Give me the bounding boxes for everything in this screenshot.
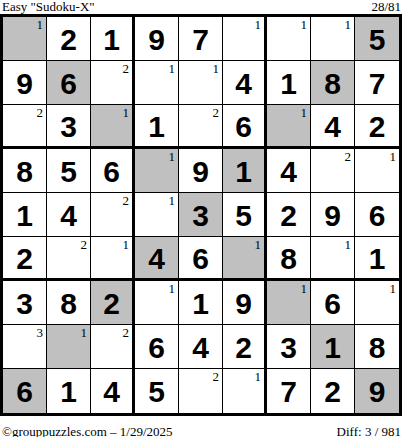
cell-r8c4[interactable]: 6: [135, 325, 179, 369]
cell-r8c8[interactable]: 1: [311, 325, 355, 369]
cell-r2c7[interactable]: 1: [267, 61, 311, 105]
cell-r6c5[interactable]: 6: [179, 237, 223, 281]
given-digit: 1: [324, 331, 341, 363]
given-digit: 9: [369, 375, 386, 407]
given-digit: 8: [369, 331, 386, 363]
cell-r3c4[interactable]: 1: [135, 105, 179, 149]
cell-r5c5[interactable]: 3: [179, 193, 223, 237]
given-digit: 6: [369, 199, 386, 231]
cell-r2c5[interactable]: 1: [179, 61, 223, 105]
sudoku-board: 1219711159621141872311261428561914211421…: [0, 14, 402, 416]
cell-r3c5[interactable]: 2: [179, 105, 223, 149]
cell-r7c3[interactable]: 2: [91, 281, 135, 325]
cell-r5c6[interactable]: 5: [223, 193, 267, 237]
cell-r5c7[interactable]: 2: [267, 193, 311, 237]
pencil-mark: 1: [255, 17, 262, 32]
cell-r7c1[interactable]: 3: [3, 281, 47, 325]
given-digit: 2: [369, 110, 386, 142]
footer: ©grouppuzzles.com – 1/29/2025 Diff: 3 / …: [0, 424, 402, 437]
cell-r9c4[interactable]: 5: [135, 369, 179, 413]
cell-r8c5[interactable]: 4: [179, 325, 223, 369]
given-digit: 7: [369, 67, 386, 99]
cell-r4c8[interactable]: 2: [311, 149, 355, 193]
pencil-mark: 2: [123, 325, 130, 340]
cell-r1c2[interactable]: 2: [47, 17, 91, 61]
progress-counter: 28/81: [371, 0, 401, 13]
cell-r9c3[interactable]: 4: [91, 369, 135, 413]
cell-r4c5[interactable]: 9: [179, 149, 223, 193]
cell-r6c7[interactable]: 8: [267, 237, 311, 281]
given-digit: 1: [60, 375, 77, 407]
cell-r2c9[interactable]: 7: [355, 61, 399, 105]
pencil-mark: 2: [213, 369, 220, 384]
given-digit: 2: [235, 331, 252, 363]
given-digit: 4: [148, 242, 165, 274]
given-digit: 9: [235, 287, 252, 319]
cell-r5c9[interactable]: 6: [355, 193, 399, 237]
given-digit: 1: [369, 242, 386, 274]
pencil-mark: 1: [301, 17, 308, 32]
given-digit: 1: [280, 67, 297, 99]
cell-r4c9[interactable]: 1: [355, 149, 399, 193]
given-digit: 9: [324, 199, 341, 231]
cell-r9c6[interactable]: 1: [223, 369, 267, 413]
cell-r4c1[interactable]: 8: [3, 149, 47, 193]
cell-r6c1[interactable]: 2: [3, 237, 47, 281]
pencil-mark: 2: [123, 193, 130, 208]
given-digit: 5: [369, 23, 386, 55]
pencil-mark: 1: [255, 369, 262, 384]
cell-r1c9[interactable]: 5: [355, 17, 399, 61]
given-digit: 5: [148, 375, 165, 407]
cell-r4c3[interactable]: 6: [91, 149, 135, 193]
cell-r2c2[interactable]: 6: [47, 61, 91, 105]
cell-r7c9[interactable]: 1: [355, 281, 399, 325]
cell-r7c7[interactable]: 1: [267, 281, 311, 325]
cell-r2c6[interactable]: 4: [223, 61, 267, 105]
cell-r8c2[interactable]: 1: [47, 325, 91, 369]
pencil-mark: 1: [301, 105, 308, 120]
given-digit: 8: [60, 287, 77, 319]
cell-r1c7[interactable]: 1: [267, 17, 311, 61]
pencil-mark: 1: [301, 281, 308, 296]
cell-r3c1[interactable]: 2: [3, 105, 47, 149]
cell-r3c3[interactable]: 1: [91, 105, 135, 149]
pencil-mark: 2: [345, 149, 352, 164]
cell-r6c8[interactable]: 1: [311, 237, 355, 281]
given-digit: 3: [192, 199, 209, 231]
cell-r2c3[interactable]: 2: [91, 61, 135, 105]
cell-r5c8[interactable]: 9: [311, 193, 355, 237]
cell-r6c9[interactable]: 1: [355, 237, 399, 281]
pencil-mark: 2: [123, 61, 130, 76]
cell-r9c9[interactable]: 9: [355, 369, 399, 413]
cell-r9c2[interactable]: 1: [47, 369, 91, 413]
cell-r4c6[interactable]: 1: [223, 149, 267, 193]
given-digit: 4: [324, 110, 341, 142]
given-digit: 4: [192, 331, 209, 363]
cell-r5c3[interactable]: 2: [91, 193, 135, 237]
given-digit: 6: [60, 67, 77, 99]
cell-r3c6[interactable]: 6: [223, 105, 267, 149]
given-digit: 4: [280, 155, 297, 187]
given-digit: 4: [60, 199, 77, 231]
pencil-mark: 1: [345, 237, 352, 252]
given-digit: 3: [16, 287, 33, 319]
given-digit: 9: [192, 155, 209, 187]
cell-r5c4[interactable]: 1: [135, 193, 179, 237]
given-digit: 1: [103, 23, 120, 55]
cell-r1c8[interactable]: 1: [311, 17, 355, 61]
pencil-mark: 1: [255, 237, 262, 252]
pencil-mark: 1: [169, 193, 176, 208]
pencil-mark: 2: [81, 237, 88, 252]
given-digit: 4: [235, 67, 252, 99]
cell-r5c2[interactable]: 4: [47, 193, 91, 237]
pencil-mark: 1: [37, 17, 44, 32]
pencil-mark: 1: [213, 61, 220, 76]
cell-r1c4[interactable]: 9: [135, 17, 179, 61]
cell-r3c7[interactable]: 1: [267, 105, 311, 149]
cell-r4c7[interactable]: 4: [267, 149, 311, 193]
given-digit: 8: [280, 242, 297, 274]
cell-r7c4[interactable]: 1: [135, 281, 179, 325]
cell-r8c9[interactable]: 8: [355, 325, 399, 369]
given-digit: 8: [16, 155, 33, 187]
given-digit: 2: [16, 242, 33, 274]
pencil-mark: 1: [390, 281, 397, 296]
cell-r9c8[interactable]: 2: [311, 369, 355, 413]
given-digit: 6: [148, 331, 165, 363]
cell-r5c1[interactable]: 1: [3, 193, 47, 237]
given-digit: 1: [148, 110, 165, 142]
cell-r2c1[interactable]: 9: [3, 61, 47, 105]
given-digit: 4: [103, 375, 120, 407]
header: Easy "Sudoku-X" 28/81: [0, 0, 402, 14]
given-digit: 2: [280, 199, 297, 231]
cell-r6c3[interactable]: 1: [91, 237, 135, 281]
given-digit: 6: [235, 110, 252, 142]
cell-r4c4[interactable]: 1: [135, 149, 179, 193]
given-digit: 1: [235, 155, 252, 187]
pencil-mark: 1: [81, 325, 88, 340]
cell-r3c8[interactable]: 4: [311, 105, 355, 149]
pencil-mark: 1: [169, 61, 176, 76]
copyright-text: ©grouppuzzles.com – 1/29/2025: [2, 424, 173, 437]
given-digit: 1: [192, 287, 209, 319]
given-digit: 8: [324, 67, 341, 99]
given-digit: 7: [280, 375, 297, 407]
puzzle-title: Easy "Sudoku-X": [2, 0, 95, 13]
difficulty-text: Diff: 3 / 981: [337, 424, 401, 437]
given-digit: 2: [60, 23, 77, 55]
given-digit: 2: [103, 287, 120, 319]
cell-r4c2[interactable]: 5: [47, 149, 91, 193]
given-digit: 3: [60, 110, 77, 142]
cell-r8c7[interactable]: 3: [267, 325, 311, 369]
cell-r7c5[interactable]: 1: [179, 281, 223, 325]
cell-r3c2[interactable]: 3: [47, 105, 91, 149]
given-digit: 6: [192, 242, 209, 274]
pencil-mark: 1: [390, 149, 397, 164]
given-digit: 1: [16, 199, 33, 231]
cell-r8c3[interactable]: 2: [91, 325, 135, 369]
pencil-mark: 1: [123, 105, 130, 120]
pencil-mark: 1: [345, 17, 352, 32]
pencil-mark: 2: [213, 105, 220, 120]
given-digit: 2: [324, 375, 341, 407]
pencil-mark: 2: [37, 105, 44, 120]
cell-r2c4[interactable]: 1: [135, 61, 179, 105]
given-digit: 6: [324, 287, 341, 319]
cell-r7c6[interactable]: 9: [223, 281, 267, 325]
given-digit: 7: [192, 23, 209, 55]
puzzle-page: Easy "Sudoku-X" 28/81 121971115962114187…: [0, 0, 402, 437]
cell-r8c1[interactable]: 3: [3, 325, 47, 369]
cell-r1c1[interactable]: 1: [3, 17, 47, 61]
pencil-mark: 1: [169, 149, 176, 164]
cell-r1c5[interactable]: 7: [179, 17, 223, 61]
given-digit: 9: [16, 67, 33, 99]
pencil-mark: 1: [123, 237, 130, 252]
cell-r9c7[interactable]: 7: [267, 369, 311, 413]
given-digit: 9: [148, 23, 165, 55]
pencil-mark: 1: [169, 281, 176, 296]
given-digit: 3: [280, 331, 297, 363]
given-digit: 6: [103, 155, 120, 187]
cell-r6c6[interactable]: 1: [223, 237, 267, 281]
cell-r7c2[interactable]: 8: [47, 281, 91, 325]
given-digit: 5: [235, 199, 252, 231]
pencil-mark: 3: [37, 325, 44, 340]
cell-r9c1[interactable]: 6: [3, 369, 47, 413]
cell-r6c4[interactable]: 4: [135, 237, 179, 281]
cell-r9c5[interactable]: 2: [179, 369, 223, 413]
cell-r8c6[interactable]: 2: [223, 325, 267, 369]
cell-r3c9[interactable]: 2: [355, 105, 399, 149]
cell-r6c2[interactable]: 2: [47, 237, 91, 281]
cell-r1c3[interactable]: 1: [91, 17, 135, 61]
given-digit: 5: [60, 155, 77, 187]
cell-r7c8[interactable]: 6: [311, 281, 355, 325]
cell-r1c6[interactable]: 1: [223, 17, 267, 61]
cell-r2c8[interactable]: 8: [311, 61, 355, 105]
given-digit: 6: [16, 375, 33, 407]
